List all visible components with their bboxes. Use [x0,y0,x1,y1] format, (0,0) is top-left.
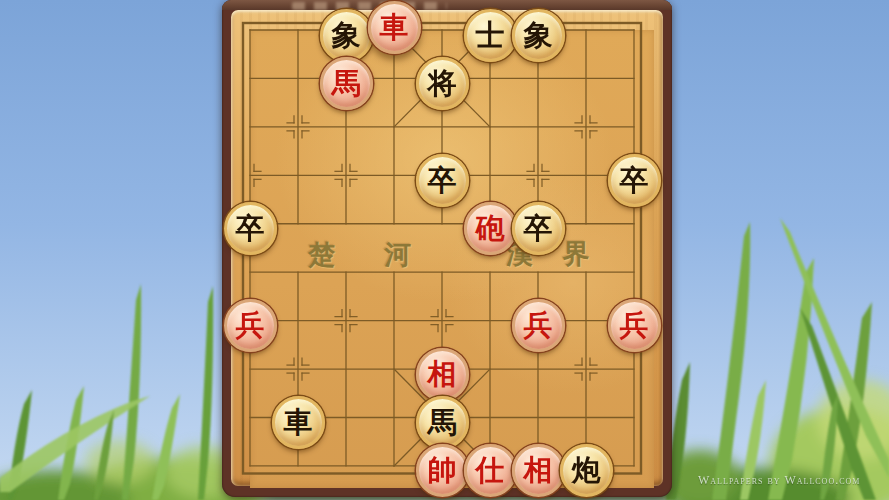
piece-red-仕[interactable]: 仕 [464,444,517,497]
piece-black-将[interactable]: 将 [416,57,469,110]
piece-red-兵[interactable]: 兵 [224,299,277,352]
piece-black-士[interactable]: 士 [464,9,517,62]
piece-red-相[interactable]: 相 [416,348,469,401]
piece-black-象[interactable]: 象 [512,9,565,62]
piece-grid[interactable]: 象車士象馬将卒卒卒砲卒兵兵兵相車馬帥仕相炮 [226,6,658,490]
piece-black-炮[interactable]: 炮 [560,444,613,497]
game-window: 楚 河 漢 界 象車士象馬将卒卒卒砲卒兵兵兵相車馬帥仕相炮 [222,0,672,497]
piece-red-車[interactable]: 車 [368,1,421,54]
piece-black-象[interactable]: 象 [320,9,373,62]
piece-red-馬[interactable]: 馬 [320,57,373,110]
piece-black-卒[interactable]: 卒 [608,154,661,207]
piece-black-卒[interactable]: 卒 [224,202,277,255]
piece-black-馬[interactable]: 馬 [416,396,469,449]
piece-black-卒[interactable]: 卒 [512,202,565,255]
piece-black-卒[interactable]: 卒 [416,154,469,207]
piece-red-帥[interactable]: 帥 [416,444,469,497]
piece-red-相[interactable]: 相 [512,444,565,497]
piece-red-兵[interactable]: 兵 [608,299,661,352]
piece-red-砲[interactable]: 砲 [464,202,517,255]
watermark: Wallpapers by Wallcoo.com [698,473,883,488]
piece-red-兵[interactable]: 兵 [512,299,565,352]
piece-black-車[interactable]: 車 [272,396,325,449]
